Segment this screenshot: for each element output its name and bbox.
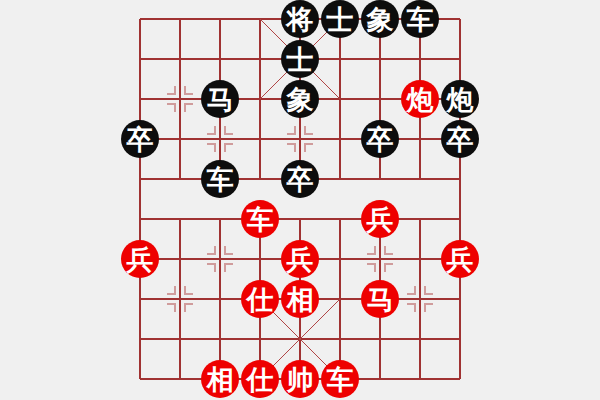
piece-black-chariot[interactable]: 车 bbox=[201, 160, 239, 198]
piece-black-elephant[interactable]: 象 bbox=[361, 0, 399, 38]
piece-black-soldier[interactable]: 卒 bbox=[361, 120, 399, 158]
piece-red-soldier[interactable]: 兵 bbox=[361, 200, 399, 238]
piece-black-advisor[interactable]: 士 bbox=[321, 0, 359, 38]
piece-black-chariot[interactable]: 车 bbox=[401, 0, 439, 38]
piece-black-advisor[interactable]: 士 bbox=[281, 40, 319, 78]
piece-black-soldier[interactable]: 卒 bbox=[281, 160, 319, 198]
piece-red-soldier[interactable]: 兵 bbox=[121, 240, 159, 278]
piece-black-soldier[interactable]: 卒 bbox=[441, 120, 479, 158]
piece-red-general[interactable]: 帅 bbox=[281, 360, 319, 398]
piece-black-cannon[interactable]: 炮 bbox=[441, 80, 479, 118]
piece-red-horse[interactable]: 马 bbox=[361, 280, 399, 318]
piece-red-elephant[interactable]: 相 bbox=[281, 280, 319, 318]
piece-red-advisor[interactable]: 仕 bbox=[241, 280, 279, 318]
piece-red-elephant[interactable]: 相 bbox=[201, 360, 239, 398]
piece-red-chariot[interactable]: 车 bbox=[241, 200, 279, 238]
piece-red-soldier[interactable]: 兵 bbox=[441, 240, 479, 278]
piece-black-horse[interactable]: 马 bbox=[201, 80, 239, 118]
piece-red-chariot[interactable]: 车 bbox=[321, 360, 359, 398]
piece-red-soldier[interactable]: 兵 bbox=[281, 240, 319, 278]
piece-black-general[interactable]: 将 bbox=[281, 0, 319, 38]
xiangqi-board: 将士象车士马象炮炮卒卒卒车卒车兵兵兵兵仕相马相仕帅车 bbox=[120, 0, 480, 400]
piece-red-advisor[interactable]: 仕 bbox=[241, 360, 279, 398]
pieces-layer: 将士象车士马象炮炮卒卒卒车卒车兵兵兵兵仕相马相仕帅车 bbox=[120, 0, 480, 399]
piece-black-soldier[interactable]: 卒 bbox=[121, 120, 159, 158]
piece-black-elephant[interactable]: 象 bbox=[281, 80, 319, 118]
piece-red-cannon[interactable]: 炮 bbox=[401, 80, 439, 118]
